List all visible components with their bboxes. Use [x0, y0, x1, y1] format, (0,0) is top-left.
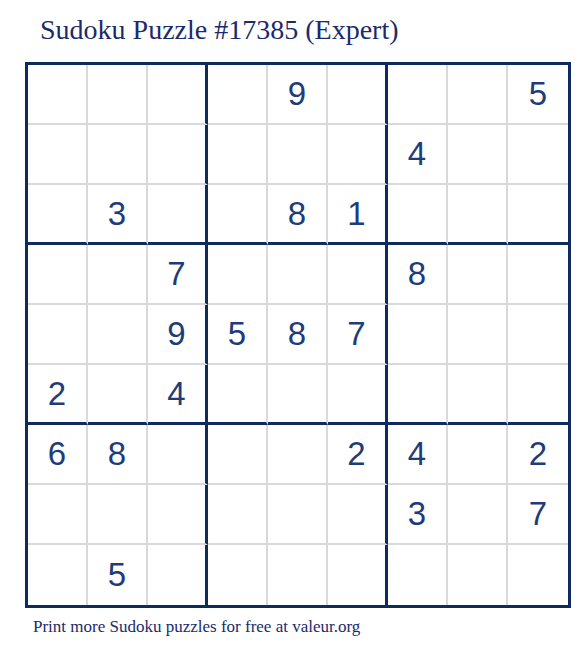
cell-r3c8[interactable]: [448, 185, 508, 245]
cell-r6c3[interactable]: 4: [148, 365, 208, 425]
cell-r2c5[interactable]: [268, 125, 328, 185]
cell-r9c6[interactable]: [328, 545, 388, 605]
cell-r7c1[interactable]: 6: [28, 425, 88, 485]
cell-r9c1[interactable]: [28, 545, 88, 605]
cell-r6c2[interactable]: [88, 365, 148, 425]
cell-r8c9[interactable]: 7: [508, 485, 568, 545]
cell-r4c5[interactable]: [268, 245, 328, 305]
cell-r7c8[interactable]: [448, 425, 508, 485]
cell-r1c1[interactable]: [28, 65, 88, 125]
cell-r5c9[interactable]: [508, 305, 568, 365]
cell-r5c4[interactable]: 5: [208, 305, 268, 365]
cell-r4c4[interactable]: [208, 245, 268, 305]
cell-r7c2[interactable]: 8: [88, 425, 148, 485]
cell-r1c6[interactable]: [328, 65, 388, 125]
cell-r8c4[interactable]: [208, 485, 268, 545]
cell-r9c7[interactable]: [388, 545, 448, 605]
cell-r1c3[interactable]: [148, 65, 208, 125]
cell-r4c2[interactable]: [88, 245, 148, 305]
cell-r3c6[interactable]: 1: [328, 185, 388, 245]
cell-r9c5[interactable]: [268, 545, 328, 605]
cell-r7c7[interactable]: 4: [388, 425, 448, 485]
cell-r4c7[interactable]: 8: [388, 245, 448, 305]
cell-r3c7[interactable]: [388, 185, 448, 245]
cell-r8c8[interactable]: [448, 485, 508, 545]
cell-r7c9[interactable]: 2: [508, 425, 568, 485]
cell-r3c2[interactable]: 3: [88, 185, 148, 245]
cell-r8c6[interactable]: [328, 485, 388, 545]
cell-r9c2[interactable]: 5: [88, 545, 148, 605]
cell-r5c2[interactable]: [88, 305, 148, 365]
cell-r1c5[interactable]: 9: [268, 65, 328, 125]
cell-r4c1[interactable]: [28, 245, 88, 305]
cell-r2c1[interactable]: [28, 125, 88, 185]
cell-r2c2[interactable]: [88, 125, 148, 185]
cell-r3c4[interactable]: [208, 185, 268, 245]
cell-r6c9[interactable]: [508, 365, 568, 425]
cell-r2c3[interactable]: [148, 125, 208, 185]
cell-r6c6[interactable]: [328, 365, 388, 425]
sudoku-page: Sudoku Puzzle #17385 (Expert) 9543817895…: [0, 0, 580, 651]
cell-r5c3[interactable]: 9: [148, 305, 208, 365]
cell-r8c7[interactable]: 3: [388, 485, 448, 545]
cell-r5c6[interactable]: 7: [328, 305, 388, 365]
cell-r1c9[interactable]: 5: [508, 65, 568, 125]
cell-r1c2[interactable]: [88, 65, 148, 125]
cell-r9c4[interactable]: [208, 545, 268, 605]
cell-r8c2[interactable]: [88, 485, 148, 545]
cell-r7c3[interactable]: [148, 425, 208, 485]
cell-r3c9[interactable]: [508, 185, 568, 245]
cell-r4c3[interactable]: 7: [148, 245, 208, 305]
cell-r5c5[interactable]: 8: [268, 305, 328, 365]
cell-r1c7[interactable]: [388, 65, 448, 125]
cell-r5c1[interactable]: [28, 305, 88, 365]
cell-r3c3[interactable]: [148, 185, 208, 245]
cell-r6c5[interactable]: [268, 365, 328, 425]
cell-r2c8[interactable]: [448, 125, 508, 185]
cell-r8c5[interactable]: [268, 485, 328, 545]
cell-r3c1[interactable]: [28, 185, 88, 245]
cell-r9c3[interactable]: [148, 545, 208, 605]
cell-r6c7[interactable]: [388, 365, 448, 425]
cell-r1c8[interactable]: [448, 65, 508, 125]
puzzle-title: Sudoku Puzzle #17385 (Expert): [40, 14, 399, 46]
cell-r5c8[interactable]: [448, 305, 508, 365]
cell-r6c1[interactable]: 2: [28, 365, 88, 425]
cell-r5c7[interactable]: [388, 305, 448, 365]
cell-r8c3[interactable]: [148, 485, 208, 545]
cell-r7c4[interactable]: [208, 425, 268, 485]
cell-r2c7[interactable]: 4: [388, 125, 448, 185]
cell-r2c9[interactable]: [508, 125, 568, 185]
cell-r9c9[interactable]: [508, 545, 568, 605]
cell-r4c6[interactable]: [328, 245, 388, 305]
footer-note: Print more Sudoku puzzles for free at va…: [33, 617, 360, 637]
sudoku-board: 9543817895872468242375: [25, 62, 571, 608]
cell-r6c4[interactable]: [208, 365, 268, 425]
cell-r4c9[interactable]: [508, 245, 568, 305]
cell-r7c6[interactable]: 2: [328, 425, 388, 485]
cell-r1c4[interactable]: [208, 65, 268, 125]
cell-r6c8[interactable]: [448, 365, 508, 425]
cell-r9c8[interactable]: [448, 545, 508, 605]
cell-r4c8[interactable]: [448, 245, 508, 305]
cell-r2c4[interactable]: [208, 125, 268, 185]
cell-r3c5[interactable]: 8: [268, 185, 328, 245]
cell-r7c5[interactable]: [268, 425, 328, 485]
cell-r8c1[interactable]: [28, 485, 88, 545]
cell-r2c6[interactable]: [328, 125, 388, 185]
